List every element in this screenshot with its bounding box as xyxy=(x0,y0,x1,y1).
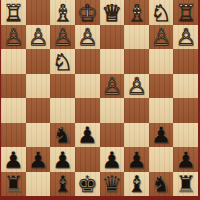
piece-white-pawn-h2[interactable]: ♙ xyxy=(3,26,24,49)
piece-black-rook-h8[interactable]: ♜ xyxy=(3,173,24,196)
piece-white-pawn-d4[interactable]: ♙ xyxy=(102,75,123,98)
square-c2[interactable] xyxy=(124,25,149,50)
square-a2[interactable]: ♙ xyxy=(173,25,198,50)
square-c1[interactable]: ♗ xyxy=(124,0,149,25)
square-e7[interactable] xyxy=(75,147,100,172)
square-b6[interactable]: ♟ xyxy=(149,123,174,148)
square-g2[interactable]: ♙ xyxy=(26,25,51,50)
square-a8[interactable]: ♜ xyxy=(173,172,198,197)
square-e1[interactable]: ♔ xyxy=(75,0,100,25)
piece-black-pawn-c7[interactable]: ♟ xyxy=(126,148,147,171)
piece-white-knight-b1[interactable]: ♘ xyxy=(151,1,172,24)
square-f5[interactable] xyxy=(50,98,75,123)
piece-black-king-e8[interactable]: ♚ xyxy=(77,173,98,196)
piece-black-pawn-g7[interactable]: ♟ xyxy=(28,148,49,171)
piece-white-rook-a1[interactable]: ♖ xyxy=(175,1,196,24)
piece-black-queen-d8[interactable]: ♛ xyxy=(102,173,123,196)
square-g5[interactable] xyxy=(26,98,51,123)
square-c4[interactable]: ♙ xyxy=(124,74,149,99)
piece-black-bishop-c8[interactable]: ♝ xyxy=(126,173,147,196)
square-h8[interactable]: ♜ xyxy=(1,172,26,197)
square-d6[interactable] xyxy=(100,123,125,148)
piece-white-pawn-f2[interactable]: ♙ xyxy=(52,26,73,49)
square-f2[interactable]: ♙ xyxy=(50,25,75,50)
square-f4[interactable] xyxy=(50,74,75,99)
piece-white-queen-d1[interactable]: ♕ xyxy=(102,1,123,24)
square-e5[interactable] xyxy=(75,98,100,123)
square-b5[interactable] xyxy=(149,98,174,123)
square-b4[interactable] xyxy=(149,74,174,99)
square-a6[interactable] xyxy=(173,123,198,148)
square-g1[interactable] xyxy=(26,0,51,25)
square-b7[interactable] xyxy=(149,147,174,172)
square-f3[interactable]: ♘ xyxy=(50,49,75,74)
square-b2[interactable]: ♙ xyxy=(149,25,174,50)
piece-white-pawn-b2[interactable]: ♙ xyxy=(151,26,172,49)
piece-black-pawn-f7[interactable]: ♟ xyxy=(52,148,73,171)
square-a3[interactable] xyxy=(173,49,198,74)
square-f7[interactable]: ♟ xyxy=(50,147,75,172)
square-f8[interactable]: ♝ xyxy=(50,172,75,197)
square-a4[interactable] xyxy=(173,74,198,99)
square-h4[interactable] xyxy=(1,74,26,99)
piece-white-pawn-g2[interactable]: ♙ xyxy=(28,26,49,49)
piece-white-knight-f3[interactable]: ♘ xyxy=(52,50,73,73)
square-a7[interactable]: ♟ xyxy=(173,147,198,172)
square-d7[interactable]: ♟ xyxy=(100,147,125,172)
square-e2[interactable]: ♙ xyxy=(75,25,100,50)
square-d3[interactable] xyxy=(100,49,125,74)
square-b1[interactable]: ♘ xyxy=(149,0,174,25)
piece-black-pawn-a7[interactable]: ♟ xyxy=(175,148,196,171)
square-g4[interactable] xyxy=(26,74,51,99)
square-d8[interactable]: ♛ xyxy=(100,172,125,197)
square-a1[interactable]: ♖ xyxy=(173,0,198,25)
piece-white-pawn-c4[interactable]: ♙ xyxy=(126,75,147,98)
square-b8[interactable]: ♞ xyxy=(149,172,174,197)
piece-black-bishop-f8[interactable]: ♝ xyxy=(52,173,73,196)
square-e6[interactable]: ♟ xyxy=(75,123,100,148)
square-g8[interactable] xyxy=(26,172,51,197)
piece-black-pawn-d7[interactable]: ♟ xyxy=(102,148,123,171)
piece-black-rook-a8[interactable]: ♜ xyxy=(175,173,196,196)
piece-black-pawn-h7[interactable]: ♟ xyxy=(3,148,24,171)
square-g7[interactable]: ♟ xyxy=(26,147,51,172)
square-f1[interactable]: ♗ xyxy=(50,0,75,25)
square-c8[interactable]: ♝ xyxy=(124,172,149,197)
square-h7[interactable]: ♟ xyxy=(1,147,26,172)
square-a5[interactable] xyxy=(173,98,198,123)
piece-white-rook-h1[interactable]: ♖ xyxy=(3,1,24,24)
square-d1[interactable]: ♕ xyxy=(100,0,125,25)
square-c3[interactable] xyxy=(124,49,149,74)
square-e8[interactable]: ♚ xyxy=(75,172,100,197)
square-h6[interactable] xyxy=(1,123,26,148)
square-c7[interactable]: ♟ xyxy=(124,147,149,172)
chess-board: ♖♗♔♕♗♘♖♙♙♙♙♙♙♘♙♙♞♟♟♟♟♟♟♟♟♜♝♚♛♝♞♜ xyxy=(1,0,198,196)
square-f6[interactable]: ♞ xyxy=(50,123,75,148)
square-h1[interactable]: ♖ xyxy=(1,0,26,25)
square-d4[interactable]: ♙ xyxy=(100,74,125,99)
piece-white-pawn-a2[interactable]: ♙ xyxy=(175,26,196,49)
piece-black-knight-b8[interactable]: ♞ xyxy=(151,173,172,196)
piece-black-pawn-b6[interactable]: ♟ xyxy=(151,124,172,147)
square-d2[interactable] xyxy=(100,25,125,50)
piece-white-king-e1[interactable]: ♔ xyxy=(77,1,98,24)
square-c5[interactable] xyxy=(124,98,149,123)
square-h2[interactable]: ♙ xyxy=(1,25,26,50)
square-e4[interactable] xyxy=(75,74,100,99)
square-d5[interactable] xyxy=(100,98,125,123)
square-e3[interactable] xyxy=(75,49,100,74)
square-g3[interactable] xyxy=(26,49,51,74)
piece-white-bishop-f1[interactable]: ♗ xyxy=(52,1,73,24)
piece-black-pawn-e6[interactable]: ♟ xyxy=(77,124,98,147)
piece-black-knight-f6[interactable]: ♞ xyxy=(52,124,73,147)
square-h5[interactable] xyxy=(1,98,26,123)
board-frame: ♖♗♔♕♗♘♖♙♙♙♙♙♙♘♙♙♞♟♟♟♟♟♟♟♟♜♝♚♛♝♞♜ xyxy=(0,0,200,200)
piece-white-bishop-c1[interactable]: ♗ xyxy=(126,1,147,24)
square-h3[interactable] xyxy=(1,49,26,74)
piece-white-pawn-e2[interactable]: ♙ xyxy=(77,26,98,49)
square-g6[interactable] xyxy=(26,123,51,148)
square-b3[interactable] xyxy=(149,49,174,74)
square-c6[interactable] xyxy=(124,123,149,148)
